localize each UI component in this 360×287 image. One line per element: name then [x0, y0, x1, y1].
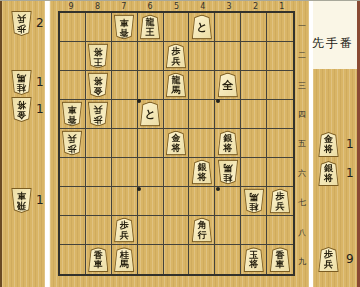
shogi-piece-と-64[interactable]: と	[140, 102, 161, 127]
square-4-6[interactable]: 銀将	[189, 158, 215, 187]
square-7-2[interactable]	[112, 42, 138, 71]
square-8-5[interactable]	[86, 129, 112, 158]
file-label-9: 9	[66, 2, 76, 11]
square-7-7[interactable]	[112, 187, 138, 216]
shogi-piece-金将-55[interactable]: 金将	[165, 131, 186, 156]
square-8-9[interactable]: 香車	[86, 245, 112, 274]
shogi-piece-桂馬-79[interactable]: 桂馬	[114, 247, 135, 272]
shogi-board: 香車龍王と王将歩兵金将龍馬全香車歩兵と歩兵金将銀将銀将桂馬桂馬歩兵歩兵角行香車桂…	[58, 11, 295, 276]
file-label-5: 5	[171, 2, 181, 11]
shogi-piece-玉将-29[interactable]: 玉将	[243, 247, 264, 272]
square-3-9[interactable]	[215, 245, 241, 274]
square-4-2[interactable]	[189, 42, 215, 71]
square-7-9[interactable]: 桂馬	[112, 245, 138, 274]
rank-label-六: 六	[298, 168, 306, 179]
sente-hand-count-金将: 1	[346, 137, 354, 151]
shogi-piece-飛車[interactable]: 飛車	[11, 188, 32, 213]
square-2-5[interactable]	[241, 129, 267, 158]
shogi-piece-歩兵-84[interactable]: 歩兵	[88, 102, 109, 127]
rank-label-五: 五	[298, 138, 306, 149]
square-5-3[interactable]: 龍馬	[164, 71, 190, 100]
square-1-8[interactable]	[267, 216, 293, 245]
shogi-piece-香車-89[interactable]: 香車	[88, 247, 109, 272]
square-9-6[interactable]	[60, 158, 86, 187]
shogi-piece-桂馬-27[interactable]: 桂馬	[243, 189, 264, 214]
file-label-3: 3	[224, 2, 234, 11]
square-1-2[interactable]	[267, 42, 293, 71]
square-7-5[interactable]	[112, 129, 138, 158]
shogi-piece-金将[interactable]: 金将	[318, 132, 339, 157]
rank-label-一: 一	[298, 21, 306, 32]
file-label-6: 6	[145, 2, 155, 11]
shogi-piece-歩兵-95[interactable]: 歩兵	[62, 131, 83, 156]
rank-label-八: 八	[298, 227, 306, 238]
square-9-8[interactable]	[60, 216, 86, 245]
square-2-7[interactable]: 桂馬	[241, 187, 267, 216]
gote-hand-count-桂馬: 1	[36, 75, 44, 89]
shogi-piece-と-41[interactable]: と	[191, 15, 212, 40]
square-4-3[interactable]	[189, 71, 215, 100]
gote-hand-count-歩兵: 2	[36, 16, 44, 30]
shogi-piece-全-33[interactable]: 全	[217, 73, 238, 98]
square-5-1[interactable]	[164, 13, 190, 42]
square-9-3[interactable]	[60, 71, 86, 100]
square-1-3[interactable]	[267, 71, 293, 100]
square-9-2[interactable]	[60, 42, 86, 71]
square-2-1[interactable]	[241, 13, 267, 42]
square-8-4[interactable]: 歩兵	[86, 100, 112, 129]
file-label-8: 8	[92, 2, 102, 11]
square-9-5[interactable]: 歩兵	[60, 129, 86, 158]
square-4-1[interactable]: と	[189, 13, 215, 42]
shogi-piece-歩兵-17[interactable]: 歩兵	[270, 189, 291, 214]
file-label-1: 1	[277, 2, 287, 11]
square-9-9[interactable]	[60, 245, 86, 274]
square-2-4[interactable]	[241, 100, 267, 129]
shogi-piece-王将-82[interactable]: 王将	[88, 44, 109, 69]
square-7-1[interactable]: 香車	[112, 13, 138, 42]
shogi-piece-香車-94[interactable]: 香車	[62, 102, 83, 127]
sente-hand-count-銀将: 1	[346, 166, 354, 180]
square-3-4[interactable]	[215, 100, 241, 129]
square-7-4[interactable]	[112, 100, 138, 129]
square-4-9[interactable]	[189, 245, 215, 274]
square-1-9[interactable]: 香車	[267, 245, 293, 274]
square-1-1[interactable]	[267, 13, 293, 42]
square-6-5[interactable]	[138, 129, 164, 158]
square-9-1[interactable]	[60, 13, 86, 42]
square-7-8[interactable]: 歩兵	[112, 216, 138, 245]
square-8-3[interactable]: 金将	[86, 71, 112, 100]
shogi-piece-歩兵[interactable]: 歩兵	[11, 11, 32, 36]
turn-indicator: 先手番	[312, 35, 354, 52]
shogi-piece-香車-19[interactable]: 香車	[270, 247, 291, 272]
square-3-7[interactable]	[215, 187, 241, 216]
hoshi-dot	[216, 187, 220, 191]
square-6-4[interactable]: と	[138, 100, 164, 129]
shogi-piece-銀将-35[interactable]: 銀将	[217, 131, 238, 156]
square-3-5[interactable]: 銀将	[215, 129, 241, 158]
square-2-2[interactable]	[241, 42, 267, 71]
square-3-8[interactable]	[215, 216, 241, 245]
shogi-piece-桂馬[interactable]: 桂馬	[11, 70, 32, 95]
shogi-piece-龍馬-53[interactable]: 龍馬	[165, 73, 186, 98]
square-7-6[interactable]	[112, 158, 138, 187]
square-8-6[interactable]	[86, 158, 112, 187]
square-1-6[interactable]	[267, 158, 293, 187]
shogi-piece-歩兵-78[interactable]: 歩兵	[114, 218, 135, 243]
square-1-4[interactable]	[267, 100, 293, 129]
gote-captured-tray: 歩兵2桂馬1金将1飛車1	[2, 1, 45, 287]
shogi-piece-銀将-46[interactable]: 銀将	[191, 160, 212, 185]
hoshi-dot	[137, 99, 141, 103]
square-3-1[interactable]	[215, 13, 241, 42]
square-5-2[interactable]: 歩兵	[164, 42, 190, 71]
sente-captured-tray: 金将1銀将1歩兵9	[313, 69, 357, 287]
square-6-8[interactable]	[138, 216, 164, 245]
shogi-piece-歩兵[interactable]: 歩兵	[318, 247, 339, 272]
square-4-5[interactable]	[189, 129, 215, 158]
hoshi-dot	[216, 99, 220, 103]
square-6-2[interactable]	[138, 42, 164, 71]
square-5-7[interactable]	[164, 187, 190, 216]
square-5-5[interactable]: 金将	[164, 129, 190, 158]
shogi-piece-角行-48[interactable]: 角行	[191, 218, 212, 243]
square-1-7[interactable]: 歩兵	[267, 187, 293, 216]
square-8-2[interactable]: 王将	[86, 42, 112, 71]
square-3-6[interactable]: 桂馬	[215, 158, 241, 187]
square-8-8[interactable]	[86, 216, 112, 245]
sente-hand-count-歩兵: 9	[346, 252, 354, 266]
file-label-4: 4	[198, 2, 208, 11]
square-1-5[interactable]	[267, 129, 293, 158]
square-6-3[interactable]	[138, 71, 164, 100]
square-2-8[interactable]	[241, 216, 267, 245]
square-9-7[interactable]	[60, 187, 86, 216]
square-3-3[interactable]: 全	[215, 71, 241, 100]
square-6-7[interactable]	[138, 187, 164, 216]
square-6-1[interactable]: 龍王	[138, 13, 164, 42]
rank-label-二: 二	[298, 50, 306, 61]
shogi-piece-龍王-61[interactable]: 龍王	[140, 15, 161, 40]
shogi-piece-香車-71[interactable]: 香車	[114, 15, 135, 40]
shogi-app-window: 歩兵2桂馬1金将1飛車1 987654321 香車龍王と王将歩兵金将龍馬全香車歩…	[0, 0, 360, 287]
gote-hand-count-金将: 1	[36, 102, 44, 116]
panel-gap-left	[45, 1, 49, 287]
square-4-8[interactable]: 角行	[189, 216, 215, 245]
square-5-9[interactable]	[164, 245, 190, 274]
gote-hand-count-飛車: 1	[36, 193, 44, 207]
square-2-3[interactable]	[241, 71, 267, 100]
square-5-6[interactable]	[164, 158, 190, 187]
square-6-9[interactable]	[138, 245, 164, 274]
square-2-6[interactable]	[241, 158, 267, 187]
square-7-3[interactable]	[112, 71, 138, 100]
shogi-piece-桂馬-36[interactable]: 桂馬	[217, 160, 238, 185]
shogi-piece-金将[interactable]: 金将	[11, 97, 32, 122]
shogi-piece-歩兵-52[interactable]: 歩兵	[165, 44, 186, 69]
square-2-9[interactable]: 玉将	[241, 245, 267, 274]
square-8-1[interactable]	[86, 13, 112, 42]
hoshi-dot	[137, 187, 141, 191]
square-5-4[interactable]	[164, 100, 190, 129]
file-label-7: 7	[119, 2, 129, 11]
rank-label-九: 九	[298, 256, 306, 267]
shogi-piece-金将-83[interactable]: 金将	[88, 73, 109, 98]
file-label-2: 2	[250, 2, 260, 11]
square-9-4[interactable]: 香車	[60, 100, 86, 129]
rank-label-三: 三	[298, 80, 306, 91]
shogi-piece-銀将[interactable]: 銀将	[318, 161, 339, 186]
square-4-7[interactable]	[189, 187, 215, 216]
square-8-7[interactable]	[86, 187, 112, 216]
square-6-6[interactable]	[138, 158, 164, 187]
square-5-8[interactable]	[164, 216, 190, 245]
rank-label-四: 四	[298, 109, 306, 120]
rank-label-七: 七	[298, 197, 306, 208]
square-4-4[interactable]	[189, 100, 215, 129]
square-3-2[interactable]	[215, 42, 241, 71]
